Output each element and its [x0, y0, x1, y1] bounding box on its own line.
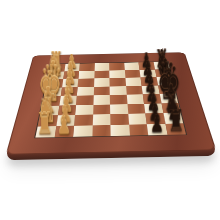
- square-h3[interactable]: [73, 125, 92, 137]
- square-e4[interactable]: [93, 95, 110, 105]
- square-h7[interactable]: ♟: [147, 124, 167, 136]
- square-g4[interactable]: [92, 114, 110, 125]
- square-h5[interactable]: [110, 124, 129, 136]
- square-c3[interactable]: [78, 78, 94, 87]
- square-f6[interactable]: [127, 104, 145, 114]
- chess-board: ♜♟♟♜♞♟♟♞♝♟♟♝♛♟♟♛♚♟♟♚♝♟♟♝♞♟♟♞♜♟♟♜: [34, 61, 187, 138]
- white-pawn[interactable]: ♟: [57, 115, 71, 135]
- square-d4[interactable]: [93, 86, 109, 95]
- square-f5[interactable]: [110, 104, 128, 114]
- square-f4[interactable]: [93, 104, 111, 114]
- square-b5[interactable]: [109, 70, 125, 78]
- square-d3[interactable]: [77, 87, 94, 96]
- board-scene: ♜♟♟♜♞♟♟♞♝♟♟♝♛♟♟♛♚♟♟♚♝♟♟♝♞♟♟♞♜♟♟♜: [0, 0, 220, 220]
- square-e3[interactable]: [76, 95, 93, 105]
- square-e5[interactable]: [110, 95, 127, 105]
- square-c5[interactable]: [109, 78, 125, 87]
- square-d6[interactable]: [126, 86, 143, 95]
- square-d5[interactable]: [110, 86, 127, 95]
- square-h8[interactable]: ♜: [165, 123, 186, 135]
- square-g6[interactable]: [128, 113, 147, 124]
- square-f3[interactable]: [75, 105, 93, 115]
- square-g5[interactable]: [110, 114, 128, 125]
- square-c6[interactable]: [125, 77, 142, 86]
- square-h1[interactable]: ♜: [35, 126, 55, 138]
- chess-board-frame: ♜♟♟♜♞♟♟♞♝♟♟♝♛♟♟♛♚♟♟♚♝♟♟♝♞♟♟♞♜♟♟♜: [6, 52, 216, 154]
- square-h2[interactable]: ♟: [54, 125, 74, 137]
- chess-set-photo: ♜♟♟♜♞♟♟♞♝♟♟♝♛♟♟♛♚♟♟♚♝♟♟♝♞♟♟♞♜♟♟♜: [0, 0, 220, 220]
- white-rook[interactable]: ♜: [36, 111, 54, 135]
- square-b6[interactable]: [124, 70, 140, 78]
- black-pawn[interactable]: ♟: [150, 113, 164, 133]
- square-h4[interactable]: [92, 125, 111, 137]
- square-e6[interactable]: [126, 94, 144, 104]
- square-h6[interactable]: [129, 124, 149, 136]
- square-g3[interactable]: [74, 115, 93, 126]
- black-rook[interactable]: ♜: [167, 109, 185, 133]
